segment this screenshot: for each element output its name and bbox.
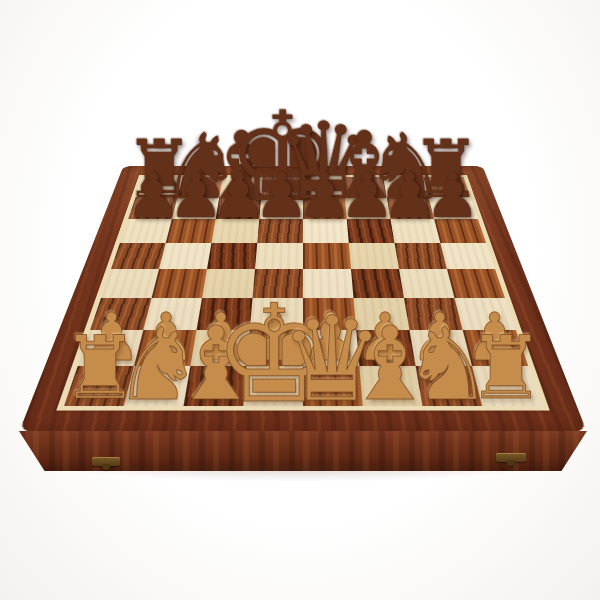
board-square bbox=[64, 366, 134, 406]
board-square bbox=[207, 243, 257, 269]
board-square bbox=[345, 197, 391, 219]
board-square bbox=[303, 197, 347, 219]
chess-board-grid bbox=[64, 177, 542, 406]
clasp-right-icon bbox=[496, 453, 526, 462]
board-square bbox=[190, 330, 249, 366]
board-square bbox=[303, 177, 345, 197]
board-square bbox=[472, 366, 542, 406]
clasp-left-icon bbox=[92, 457, 120, 466]
board-square bbox=[134, 330, 196, 366]
board-square bbox=[356, 330, 415, 366]
board-square bbox=[197, 298, 253, 330]
board-square bbox=[349, 243, 399, 269]
photo-background: ♜♞♝♚♛♝♞♜♟♟♟♟♟♟♟♟♟♟♟♟♟♟♟♟♜♞♝♚♛♝♞♜ bbox=[0, 0, 600, 600]
board-square bbox=[78, 330, 144, 366]
board-square bbox=[416, 366, 483, 406]
board-square bbox=[303, 269, 353, 298]
board-square bbox=[211, 219, 259, 243]
board-square bbox=[387, 197, 434, 219]
board-square bbox=[261, 177, 303, 197]
board-square bbox=[172, 197, 219, 219]
board-square bbox=[409, 330, 471, 366]
board-square bbox=[351, 269, 404, 298]
board-square bbox=[166, 219, 216, 243]
board-square bbox=[257, 219, 303, 243]
board-square bbox=[250, 298, 303, 330]
board-square bbox=[353, 298, 409, 330]
board-square bbox=[120, 219, 172, 243]
board-square bbox=[343, 177, 387, 197]
board-square bbox=[253, 269, 303, 298]
board-square bbox=[143, 298, 202, 330]
board-square bbox=[202, 269, 255, 298]
board-square bbox=[440, 243, 495, 269]
board-square bbox=[243, 366, 303, 406]
board-square bbox=[454, 298, 515, 330]
board-square bbox=[101, 269, 159, 298]
board-square bbox=[152, 269, 207, 298]
board-square bbox=[303, 243, 351, 269]
board-square bbox=[247, 330, 303, 366]
board-square bbox=[216, 197, 262, 219]
board-square bbox=[255, 243, 303, 269]
board-square bbox=[404, 298, 463, 330]
board-square bbox=[390, 219, 440, 243]
board-square bbox=[159, 243, 211, 269]
board-square bbox=[136, 177, 183, 197]
board-square bbox=[423, 177, 470, 197]
board-square bbox=[219, 177, 263, 197]
board-square bbox=[303, 219, 349, 243]
board-square bbox=[434, 219, 486, 243]
board-square bbox=[447, 269, 505, 298]
board-square bbox=[90, 298, 151, 330]
board-square bbox=[359, 366, 422, 406]
chess-board-frame bbox=[19, 166, 587, 432]
board-square bbox=[124, 366, 191, 406]
board-square bbox=[178, 177, 223, 197]
board-square bbox=[463, 330, 529, 366]
playing-area bbox=[56, 175, 550, 411]
board-square bbox=[111, 243, 166, 269]
board-square bbox=[128, 197, 177, 219]
board-square bbox=[399, 269, 454, 298]
board-square bbox=[303, 298, 356, 330]
board-square bbox=[303, 366, 363, 406]
board-square bbox=[428, 197, 477, 219]
board-square bbox=[395, 243, 447, 269]
board-square bbox=[259, 197, 303, 219]
board-square bbox=[383, 177, 428, 197]
board-square bbox=[303, 330, 359, 366]
board-square bbox=[347, 219, 395, 243]
board-square bbox=[184, 366, 247, 406]
